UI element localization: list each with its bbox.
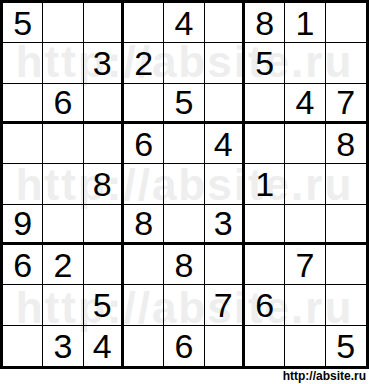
- cell-r9c2[interactable]: 3: [43, 326, 83, 366]
- cell-r5c1[interactable]: [3, 164, 43, 204]
- cell-r3c9[interactable]: 7: [326, 84, 366, 124]
- cell-r9c3[interactable]: 4: [84, 326, 124, 366]
- cell-r9c4[interactable]: [124, 326, 164, 366]
- cell-r5c6[interactable]: [205, 164, 245, 204]
- cell-r9c5[interactable]: 6: [164, 326, 204, 366]
- cell-r1c3[interactable]: [84, 3, 124, 43]
- sudoku-page: http://absite.ru http://absite.ru http:/…: [0, 0, 369, 384]
- cell-r5c4[interactable]: [124, 164, 164, 204]
- cell-r8c8[interactable]: [285, 285, 325, 325]
- cell-r7c9[interactable]: [326, 245, 366, 285]
- cell-r9c8[interactable]: [285, 326, 325, 366]
- cell-r2c2[interactable]: [43, 43, 83, 83]
- cell-r6c4[interactable]: 8: [124, 205, 164, 245]
- cell-r5c9[interactable]: [326, 164, 366, 204]
- cell-r8c3[interactable]: 5: [84, 285, 124, 325]
- cell-r3c5[interactable]: 5: [164, 84, 204, 124]
- cell-r1c6[interactable]: [205, 3, 245, 43]
- cell-r1c1[interactable]: 5: [3, 3, 43, 43]
- cell-r4c5[interactable]: [164, 124, 204, 164]
- cell-r2c7[interactable]: 5: [245, 43, 285, 83]
- cell-r6c7[interactable]: [245, 205, 285, 245]
- cell-r3c4[interactable]: [124, 84, 164, 124]
- cell-r8c7[interactable]: 6: [245, 285, 285, 325]
- cell-r4c6[interactable]: 4: [205, 124, 245, 164]
- cell-r9c1[interactable]: [3, 326, 43, 366]
- cell-r7c3[interactable]: [84, 245, 124, 285]
- cell-r9c7[interactable]: [245, 326, 285, 366]
- cell-r1c8[interactable]: 1: [285, 3, 325, 43]
- cell-r4c2[interactable]: [43, 124, 83, 164]
- cell-r4c9[interactable]: 8: [326, 124, 366, 164]
- cell-r5c3[interactable]: 8: [84, 164, 124, 204]
- cell-r8c5[interactable]: [164, 285, 204, 325]
- cell-r7c1[interactable]: 6: [3, 245, 43, 285]
- cell-r7c7[interactable]: [245, 245, 285, 285]
- cell-r2c3[interactable]: 3: [84, 43, 124, 83]
- sudoku-board: http://absite.ru http://absite.ru http:/…: [0, 0, 369, 369]
- cell-r3c1[interactable]: [3, 84, 43, 124]
- cell-r7c6[interactable]: [205, 245, 245, 285]
- cell-r3c3[interactable]: [84, 84, 124, 124]
- cell-r1c5[interactable]: 4: [164, 3, 204, 43]
- cell-r8c1[interactable]: [3, 285, 43, 325]
- cell-r6c1[interactable]: 9: [3, 205, 43, 245]
- cell-r2c5[interactable]: [164, 43, 204, 83]
- cell-r5c5[interactable]: [164, 164, 204, 204]
- cell-r3c7[interactable]: [245, 84, 285, 124]
- cell-r3c8[interactable]: 4: [285, 84, 325, 124]
- cell-r1c4[interactable]: [124, 3, 164, 43]
- cell-r5c2[interactable]: [43, 164, 83, 204]
- cell-r6c9[interactable]: [326, 205, 366, 245]
- cell-r4c3[interactable]: [84, 124, 124, 164]
- cell-r1c7[interactable]: 8: [245, 3, 285, 43]
- cell-r6c2[interactable]: [43, 205, 83, 245]
- cell-r2c9[interactable]: [326, 43, 366, 83]
- cell-r6c5[interactable]: [164, 205, 204, 245]
- cell-r2c4[interactable]: 2: [124, 43, 164, 83]
- cell-r7c8[interactable]: 7: [285, 245, 325, 285]
- cell-r8c6[interactable]: 7: [205, 285, 245, 325]
- cell-r9c6[interactable]: [205, 326, 245, 366]
- cell-r5c8[interactable]: [285, 164, 325, 204]
- cell-r8c4[interactable]: [124, 285, 164, 325]
- footer-bar: http://absite.ru: [0, 369, 369, 384]
- cell-r4c1[interactable]: [3, 124, 43, 164]
- cell-r2c8[interactable]: [285, 43, 325, 83]
- cell-r4c4[interactable]: 6: [124, 124, 164, 164]
- cell-r4c7[interactable]: [245, 124, 285, 164]
- cell-r7c2[interactable]: 2: [43, 245, 83, 285]
- cell-r6c8[interactable]: [285, 205, 325, 245]
- cell-r6c6[interactable]: 3: [205, 205, 245, 245]
- cell-r4c8[interactable]: [285, 124, 325, 164]
- cell-r9c9[interactable]: 5: [326, 326, 366, 366]
- cell-r3c6[interactable]: [205, 84, 245, 124]
- cell-r6c3[interactable]: [84, 205, 124, 245]
- site-url: http://absite.ru: [283, 369, 366, 383]
- cell-r7c4[interactable]: [124, 245, 164, 285]
- cell-r8c9[interactable]: [326, 285, 366, 325]
- cell-r3c2[interactable]: 6: [43, 84, 83, 124]
- cell-r1c9[interactable]: [326, 3, 366, 43]
- cell-r7c5[interactable]: 8: [164, 245, 204, 285]
- cell-r2c1[interactable]: [3, 43, 43, 83]
- cell-r1c2[interactable]: [43, 3, 83, 43]
- cell-r8c2[interactable]: [43, 285, 83, 325]
- cell-r2c6[interactable]: [205, 43, 245, 83]
- cell-r5c7[interactable]: 1: [245, 164, 285, 204]
